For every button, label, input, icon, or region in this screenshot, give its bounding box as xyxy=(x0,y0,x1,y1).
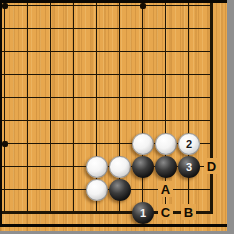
board-edge-line-right xyxy=(210,0,213,214)
diagram-frame-left xyxy=(0,0,2,227)
board-grid-line xyxy=(73,0,74,214)
black-stone[interactable]: 1 xyxy=(132,202,154,224)
board-grid-line xyxy=(0,28,213,29)
white-stone[interactable]: 2 xyxy=(178,133,200,155)
board-grid-line xyxy=(0,74,213,75)
stone-move-number: 3 xyxy=(186,162,192,173)
board-grid-line xyxy=(27,0,28,214)
board-grid-line xyxy=(50,0,51,214)
board-grid-line xyxy=(0,120,213,121)
board-grid-line xyxy=(0,51,213,52)
stone-move-number: 2 xyxy=(186,139,192,150)
point-label-d[interactable]: D xyxy=(204,158,219,174)
point-label-b[interactable]: B xyxy=(181,204,196,220)
board-grid-line xyxy=(0,5,213,6)
stone-move-number: 1 xyxy=(140,208,146,219)
diagram-frame-bottom xyxy=(0,224,227,227)
black-stone[interactable]: 3 xyxy=(178,156,200,178)
white-stone[interactable] xyxy=(132,133,154,155)
black-stone[interactable] xyxy=(155,156,177,178)
white-stone[interactable] xyxy=(155,133,177,155)
board-grid-line xyxy=(188,0,189,214)
point-label-a[interactable]: A xyxy=(158,181,173,197)
star-point xyxy=(140,3,146,9)
black-stone[interactable] xyxy=(132,156,154,178)
white-stone[interactable] xyxy=(86,179,108,201)
point-label-c[interactable]: C xyxy=(158,204,173,220)
star-point xyxy=(2,141,8,147)
white-stone[interactable] xyxy=(86,156,108,178)
star-point xyxy=(2,3,8,9)
page-background-right xyxy=(227,0,234,234)
white-stone[interactable] xyxy=(109,156,131,178)
page-background-bottom xyxy=(0,231,234,234)
go-board[interactable]: 231 ABCD xyxy=(0,0,234,234)
board-grid-line xyxy=(0,97,213,98)
black-stone[interactable] xyxy=(109,179,131,201)
board-grid-line xyxy=(4,0,5,214)
board-grid-line xyxy=(142,0,143,214)
diagram-frame-top xyxy=(0,0,227,3)
